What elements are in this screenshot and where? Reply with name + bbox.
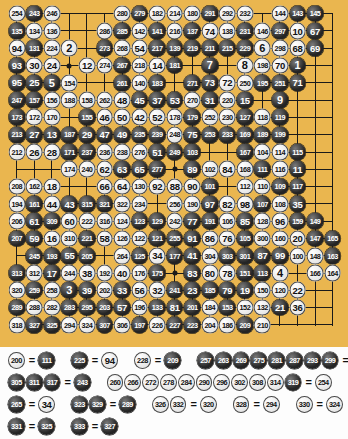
board-point-r2-c19[interactable] [324, 22, 342, 39]
board-point-r3-c18[interactable]: 69 [306, 40, 324, 57]
board-point-r17-c4[interactable]: 3 [61, 282, 79, 299]
board-point-r9-c6[interactable]: 236 [96, 143, 114, 160]
board-point-r7-c8[interactable]: 42 [131, 109, 149, 126]
board-point-r13-c13[interactable]: 106 [219, 213, 237, 230]
board-point-r16-c11[interactable]: 83 [183, 264, 201, 281]
board-point-r14-c18[interactable]: 147 [306, 230, 324, 247]
board-point-r14-c16[interactable]: 160 [271, 230, 289, 247]
board-point-r7-c10[interactable]: 178 [166, 109, 184, 126]
board-point-r7-c3[interactable]: 170 [43, 109, 61, 126]
board-point-r16-c18[interactable]: 166 [306, 264, 324, 281]
board-point-r5-c5[interactable] [78, 74, 96, 91]
board-point-r12-c12[interactable]: 97 [201, 195, 219, 212]
board-point-r9-c1[interactable]: 212 [8, 143, 26, 160]
board-point-r2-c6[interactable]: 286 [96, 22, 114, 39]
board-point-r8-c10[interactable]: 248 [166, 126, 184, 143]
board-point-r8-c3[interactable]: 13 [43, 126, 61, 143]
board-point-r5-c12[interactable]: 73 [201, 74, 219, 91]
board-point-r11-c18[interactable] [306, 178, 324, 195]
board-point-r14-c6[interactable]: 58 [96, 230, 114, 247]
board-point-r8-c5[interactable]: 29 [78, 126, 96, 143]
board-point-r15-c15[interactable]: 87 [254, 247, 272, 264]
board-point-r1-c19[interactable] [324, 5, 342, 22]
board-point-r14-c19[interactable]: 165 [324, 230, 342, 247]
board-point-r6-c4[interactable]: 188 [61, 91, 79, 108]
board-point-r19-c5[interactable]: 324 [78, 316, 96, 333]
board-point-r6-c7[interactable]: 48 [113, 91, 131, 108]
board-point-r5-c1[interactable]: 95 [8, 74, 26, 91]
board-point-r7-c6[interactable]: 46 [96, 109, 114, 126]
board-point-r1-c3[interactable]: 246 [43, 5, 61, 22]
board-point-r19-c10[interactable]: 227 [166, 316, 184, 333]
board-point-r2-c9[interactable]: 141 [148, 22, 166, 39]
board-point-r19-c7[interactable]: 306 [113, 316, 131, 333]
board-point-r19-c12[interactable]: 204 [201, 316, 219, 333]
board-point-r16-c16[interactable]: 4 [271, 264, 289, 281]
board-point-r16-c5[interactable]: 38 [78, 264, 96, 281]
board-point-r10-c13[interactable]: 84 [219, 161, 237, 178]
board-point-r11-c9[interactable]: 92 [148, 178, 166, 195]
board-point-r19-c17[interactable] [289, 316, 307, 333]
board-point-r2-c17[interactable]: 10 [289, 22, 307, 39]
board-point-r3-c17[interactable]: 68 [289, 40, 307, 57]
board-point-r8-c13[interactable]: 233 [219, 126, 237, 143]
board-point-r17-c5[interactable]: 39 [78, 282, 96, 299]
board-point-r18-c18[interactable] [306, 299, 324, 316]
board-point-r11-c16[interactable]: 109 [271, 178, 289, 195]
board-point-r18-c6[interactable]: 203 [96, 299, 114, 316]
board-point-r5-c6[interactable] [96, 74, 114, 91]
board-point-r14-c15[interactable]: 300 [254, 230, 272, 247]
board-point-r10-c19[interactable] [324, 161, 342, 178]
board-point-r8-c6[interactable]: 47 [96, 126, 114, 143]
board-point-r1-c13[interactable]: 292 [219, 5, 237, 22]
board-point-r9-c14[interactable]: 167 [236, 143, 254, 160]
board-point-r6-c6[interactable]: 262 [96, 91, 114, 108]
board-point-r9-c8[interactable]: 276 [131, 143, 149, 160]
board-point-r13-c4[interactable]: 60 [61, 213, 79, 230]
board-point-r13-c15[interactable]: 128 [254, 213, 272, 230]
board-point-r3-c13[interactable]: 215 [219, 40, 237, 57]
board-point-r17-c14[interactable]: 19 [236, 282, 254, 299]
board-point-r5-c14[interactable]: 250 [236, 74, 254, 91]
board-point-r1-c17[interactable]: 143 [289, 5, 307, 22]
board-point-r7-c4[interactable] [61, 109, 79, 126]
board-point-r3-c2[interactable]: 131 [26, 40, 44, 57]
board-point-r16-c10[interactable] [166, 264, 184, 281]
board-point-r1-c15[interactable] [254, 5, 272, 22]
board-point-r12-c18[interactable] [306, 195, 324, 212]
board-point-r5-c8[interactable]: 140 [131, 74, 149, 91]
board-point-r13-c3[interactable]: 309 [43, 213, 61, 230]
board-point-r10-c16[interactable]: 116 [271, 161, 289, 178]
board-point-r6-c18[interactable] [306, 91, 324, 108]
board-point-r5-c15[interactable]: 195 [254, 74, 272, 91]
board-point-r16-c17[interactable] [289, 264, 307, 281]
board-point-r3-c6[interactable]: 273 [96, 40, 114, 57]
board-point-r18-c7[interactable]: 57 [113, 299, 131, 316]
board-point-r15-c8[interactable]: 125 [131, 247, 149, 264]
board-point-r2-c8[interactable]: 142 [131, 22, 149, 39]
board-point-r10-c18[interactable] [306, 161, 324, 178]
board-point-r6-c15[interactable] [254, 91, 272, 108]
board-point-r2-c15[interactable]: 146 [254, 22, 272, 39]
board-point-r11-c19[interactable] [324, 178, 342, 195]
board-point-r7-c9[interactable]: 52 [148, 109, 166, 126]
board-point-r11-c12[interactable]: 101 [201, 178, 219, 195]
board-point-r5-c18[interactable] [306, 74, 324, 91]
board-point-r3-c16[interactable]: 298 [271, 40, 289, 57]
board-point-r3-c12[interactable]: 211 [201, 40, 219, 57]
board-point-r8-c18[interactable] [306, 126, 324, 143]
board-point-r15-c18[interactable]: 148 [306, 247, 324, 264]
board-point-r15-c3[interactable]: 193 [43, 247, 61, 264]
board-point-r19-c11[interactable]: 223 [183, 316, 201, 333]
board-point-r16-c3[interactable]: 17 [43, 264, 61, 281]
board-point-r8-c8[interactable]: 235 [131, 126, 149, 143]
board-point-r4-c9[interactable]: 14 [148, 57, 166, 74]
board-point-r15-c10[interactable]: 177 [166, 247, 184, 264]
board-point-r17-c19[interactable] [324, 282, 342, 299]
board-point-r3-c10[interactable]: 139 [166, 40, 184, 57]
board-point-r9-c18[interactable] [306, 143, 324, 160]
board-point-r16-c6[interactable]: 192 [96, 264, 114, 281]
board-point-r10-c7[interactable]: 63 [113, 161, 131, 178]
board-point-r15-c11[interactable]: 41 [183, 247, 201, 264]
board-point-r16-c4[interactable]: 244 [61, 264, 79, 281]
board-point-r2-c7[interactable]: 285 [113, 22, 131, 39]
board-point-r10-c12[interactable]: 102 [201, 161, 219, 178]
board-point-r15-c14[interactable]: 301 [236, 247, 254, 264]
board-point-r1-c18[interactable]: 145 [306, 5, 324, 22]
board-point-r7-c15[interactable]: 118 [254, 109, 272, 126]
board-point-r7-c1[interactable]: 173 [8, 109, 26, 126]
board-point-r12-c6[interactable]: 321 [96, 195, 114, 212]
board-point-r17-c11[interactable]: 23 [183, 282, 201, 299]
board-point-r1-c5[interactable] [78, 5, 96, 22]
board-point-r7-c17[interactable] [289, 109, 307, 126]
board-point-r18-c8[interactable]: 196 [131, 299, 149, 316]
board-point-r10-c4[interactable]: 174 [61, 161, 79, 178]
board-point-r15-c7[interactable]: 264 [113, 247, 131, 264]
board-point-r7-c7[interactable]: 50 [113, 109, 131, 126]
board-point-r7-c18[interactable] [306, 109, 324, 126]
board-point-r13-c1[interactable]: 206 [8, 213, 26, 230]
board-point-r5-c9[interactable]: 183 [148, 74, 166, 91]
board-point-r15-c12[interactable]: 304 [201, 247, 219, 264]
board-point-r18-c5[interactable]: 295 [78, 299, 96, 316]
board-point-r10-c15[interactable]: 111 [254, 161, 272, 178]
board-point-r2-c14[interactable]: 231 [236, 22, 254, 39]
board-point-r4-c16[interactable]: 70 [271, 57, 289, 74]
board-point-r12-c19[interactable] [324, 195, 342, 212]
board-point-r2-c12[interactable]: 74 [201, 22, 219, 39]
board-point-r19-c2[interactable]: 327 [26, 316, 44, 333]
board-point-r6-c1[interactable]: 247 [8, 91, 26, 108]
board-point-r16-c12[interactable]: 80 [201, 264, 219, 281]
board-point-r12-c3[interactable]: 44 [43, 195, 61, 212]
board-point-r17-c10[interactable]: 241 [166, 282, 184, 299]
board-point-r16-c14[interactable]: 151 [236, 264, 254, 281]
board-point-r11-c11[interactable]: 90 [183, 178, 201, 195]
board-point-r8-c11[interactable]: 75 [183, 126, 201, 143]
board-point-r15-c4[interactable]: 55 [61, 247, 79, 264]
board-point-r5-c7[interactable]: 261 [113, 74, 131, 91]
board-point-r11-c1[interactable]: 208 [8, 178, 26, 195]
board-point-r4-c6[interactable]: 274 [96, 57, 114, 74]
board-point-r17-c16[interactable]: 120 [271, 282, 289, 299]
board-point-r19-c1[interactable]: 318 [8, 316, 26, 333]
board-point-r3-c14[interactable]: 229 [236, 40, 254, 57]
board-point-r17-c12[interactable]: 185 [201, 282, 219, 299]
board-point-r12-c14[interactable]: 98 [236, 195, 254, 212]
board-point-r12-c2[interactable]: 161 [26, 195, 44, 212]
board-point-r2-c5[interactable] [78, 22, 96, 39]
board-point-r11-c4[interactable] [61, 178, 79, 195]
board-point-r7-c13[interactable]: 230 [219, 109, 237, 126]
board-point-r1-c9[interactable]: 182 [148, 5, 166, 22]
board-point-r18-c16[interactable]: 21 [271, 299, 289, 316]
board-point-r12-c7[interactable]: 322 [113, 195, 131, 212]
board-point-r4-c15[interactable]: 198 [254, 57, 272, 74]
board-point-r18-c11[interactable]: 201 [183, 299, 201, 316]
board-point-r16-c15[interactable]: 113 [254, 264, 272, 281]
board-point-r17-c9[interactable]: 32 [148, 282, 166, 299]
board-point-r11-c5[interactable] [78, 178, 96, 195]
board-point-r12-c16[interactable]: 108 [271, 195, 289, 212]
board-point-r7-c12[interactable]: 252 [201, 109, 219, 126]
board-point-r9-c16[interactable]: 114 [271, 143, 289, 160]
board-point-r8-c7[interactable]: 49 [113, 126, 131, 143]
board-point-r9-c2[interactable]: 26 [26, 143, 44, 160]
board-point-r2-c4[interactable] [61, 22, 79, 39]
board-point-r3-c1[interactable]: 94 [8, 40, 26, 57]
board-point-r18-c17[interactable]: 36 [289, 299, 307, 316]
board-point-r4-c4[interactable] [61, 57, 79, 74]
board-point-r16-c9[interactable]: 175 [148, 264, 166, 281]
board-point-r12-c4[interactable]: 43 [61, 195, 79, 212]
board-point-r14-c3[interactable]: 16 [43, 230, 61, 247]
board-point-r17-c17[interactable]: 22 [289, 282, 307, 299]
board-point-r17-c1[interactable]: 320 [8, 282, 26, 299]
board-point-r8-c1[interactable]: 213 [8, 126, 26, 143]
board-point-r10-c10[interactable] [166, 161, 184, 178]
board-point-r9-c5[interactable]: 237 [78, 143, 96, 160]
board-point-r17-c8[interactable]: 56 [131, 282, 149, 299]
board-point-r10-c11[interactable]: 89 [183, 161, 201, 178]
board-point-r16-c19[interactable]: 164 [324, 264, 342, 281]
board-point-r7-c19[interactable] [324, 109, 342, 126]
board-point-r2-c16[interactable]: 297 [271, 22, 289, 39]
board-point-r18-c13[interactable]: 153 [219, 299, 237, 316]
board-point-r1-c1[interactable]: 254 [8, 5, 26, 22]
board-point-r13-c10[interactable]: 242 [166, 213, 184, 230]
board-point-r3-c15[interactable]: 6 [254, 40, 272, 57]
board-point-r12-c10[interactable]: 256 [166, 195, 184, 212]
board-point-r17-c15[interactable]: 150 [254, 282, 272, 299]
board-point-r14-c12[interactable]: 86 [201, 230, 219, 247]
board-point-r10-c8[interactable]: 65 [131, 161, 149, 178]
board-point-r16-c2[interactable]: 312 [26, 264, 44, 281]
board-point-r9-c10[interactable]: 249 [166, 143, 184, 160]
board-point-r6-c8[interactable]: 45 [131, 91, 149, 108]
board-point-r3-c5[interactable] [78, 40, 96, 57]
board-point-r11-c13[interactable] [219, 178, 237, 195]
board-point-r1-c14[interactable]: 232 [236, 5, 254, 22]
board-point-r17-c13[interactable]: 79 [219, 282, 237, 299]
board-point-r10-c1[interactable] [8, 161, 26, 178]
board-point-r7-c14[interactable]: 127 [236, 109, 254, 126]
board-point-r8-c17[interactable] [289, 126, 307, 143]
board-point-r14-c14[interactable]: 105 [236, 230, 254, 247]
board-point-r4-c3[interactable]: 24 [43, 57, 61, 74]
board-point-r10-c14[interactable]: 168 [236, 161, 254, 178]
board-point-r14-c1[interactable]: 207 [8, 230, 26, 247]
board-point-r9-c3[interactable]: 28 [43, 143, 61, 160]
board-point-r10-c2[interactable] [26, 161, 44, 178]
board-point-r6-c12[interactable]: 31 [201, 91, 219, 108]
board-point-r8-c4[interactable]: 187 [61, 126, 79, 143]
board-point-r8-c14[interactable]: 169 [236, 126, 254, 143]
board-point-r14-c13[interactable]: 76 [219, 230, 237, 247]
board-point-r9-c17[interactable]: 115 [289, 143, 307, 160]
board-point-r7-c16[interactable]: 119 [271, 109, 289, 126]
board-point-r14-c17[interactable]: 20 [289, 230, 307, 247]
board-point-r6-c2[interactable]: 157 [26, 91, 44, 108]
board-point-r1-c8[interactable]: 279 [131, 5, 149, 22]
board-point-r18-c3[interactable]: 282 [43, 299, 61, 316]
board-point-r19-c9[interactable]: 226 [148, 316, 166, 333]
board-point-r6-c10[interactable]: 53 [166, 91, 184, 108]
board-point-r14-c11[interactable]: 91 [183, 230, 201, 247]
board-point-r4-c7[interactable]: 267 [113, 57, 131, 74]
board-point-r15-c17[interactable]: 100 [289, 247, 307, 264]
board-point-r6-c5[interactable]: 158 [78, 91, 96, 108]
board-point-r7-c2[interactable]: 172 [26, 109, 44, 126]
board-point-r10-c9[interactable]: 277 [148, 161, 166, 178]
board-point-r3-c9[interactable]: 217 [148, 40, 166, 57]
board-point-r15-c16[interactable]: 99 [271, 247, 289, 264]
board-point-r1-c4[interactable] [61, 5, 79, 22]
board-point-r1-c11[interactable]: 180 [183, 5, 201, 22]
board-point-r17-c2[interactable]: 259 [26, 282, 44, 299]
board-point-r1-c2[interactable]: 243 [26, 5, 44, 22]
board-point-r12-c17[interactable]: 35 [289, 195, 307, 212]
board-point-r5-c11[interactable]: 271 [183, 74, 201, 91]
board-point-r5-c13[interactable]: 72 [219, 74, 237, 91]
board-point-r8-c19[interactable] [324, 126, 342, 143]
board-point-r2-c13[interactable]: 138 [219, 22, 237, 39]
board-point-r4-c8[interactable]: 218 [131, 57, 149, 74]
board-point-r13-c14[interactable]: 85 [236, 213, 254, 230]
board-point-r17-c6[interactable]: 202 [96, 282, 114, 299]
board-point-r5-c19[interactable] [324, 74, 342, 91]
board-point-r14-c10[interactable]: 255 [166, 230, 184, 247]
board-point-r6-c14[interactable]: 15 [236, 91, 254, 108]
board-point-r8-c2[interactable]: 27 [26, 126, 44, 143]
board-point-r10-c6[interactable]: 62 [96, 161, 114, 178]
board-point-r13-c17[interactable]: 159 [289, 213, 307, 230]
board-point-r1-c12[interactable]: 291 [201, 5, 219, 22]
board-point-r9-c11[interactable]: 103 [183, 143, 201, 160]
board-point-r13-c2[interactable]: 61 [26, 213, 44, 230]
board-point-r14-c5[interactable]: 221 [78, 230, 96, 247]
board-point-r15-c2[interactable]: 245 [26, 247, 44, 264]
board-point-r18-c2[interactable]: 288 [26, 299, 44, 316]
board-point-r3-c8[interactable]: 54 [131, 40, 149, 57]
board-point-r19-c13[interactable]: 186 [219, 316, 237, 333]
board-point-r8-c9[interactable]: 239 [148, 126, 166, 143]
board-point-r6-c16[interactable]: 9 [271, 91, 289, 108]
board-point-r16-c7[interactable]: 40 [113, 264, 131, 281]
board-point-r12-c15[interactable]: 107 [254, 195, 272, 212]
board-point-r4-c1[interactable]: 93 [8, 57, 26, 74]
board-point-r18-c9[interactable]: 133 [148, 299, 166, 316]
board-point-r2-c11[interactable]: 137 [183, 22, 201, 39]
board-point-r2-c3[interactable]: 136 [43, 22, 61, 39]
board-point-r18-c10[interactable]: 81 [166, 299, 184, 316]
board-point-r18-c14[interactable]: 152 [236, 299, 254, 316]
board-point-r7-c5[interactable]: 155 [78, 109, 96, 126]
board-point-r19-c19[interactable] [324, 316, 342, 333]
board-point-r2-c2[interactable]: 134 [26, 22, 44, 39]
board-point-r13-c18[interactable]: 149 [306, 213, 324, 230]
board-point-r14-c4[interactable]: 310 [61, 230, 79, 247]
board-point-r13-c5[interactable]: 222 [78, 213, 96, 230]
board-point-r19-c3[interactable]: 325 [43, 316, 61, 333]
board-point-r1-c6[interactable] [96, 5, 114, 22]
board-point-r11-c17[interactable]: 117 [289, 178, 307, 195]
board-point-r14-c8[interactable]: 122 [131, 230, 149, 247]
board-point-r5-c17[interactable]: 71 [289, 74, 307, 91]
board-point-r19-c15[interactable]: 210 [254, 316, 272, 333]
board-point-r10-c3[interactable] [43, 161, 61, 178]
board-point-r12-c5[interactable]: 315 [78, 195, 96, 212]
board-point-r8-c16[interactable]: 199 [271, 126, 289, 143]
board-point-r14-c9[interactable]: 121 [148, 230, 166, 247]
board-point-r10-c5[interactable]: 240 [78, 161, 96, 178]
board-point-r17-c7[interactable]: 33 [113, 282, 131, 299]
board-point-r19-c18[interactable] [306, 316, 324, 333]
board-point-r15-c1[interactable] [8, 247, 26, 264]
board-point-r4-c19[interactable] [324, 57, 342, 74]
board-point-r6-c19[interactable] [324, 91, 342, 108]
board-point-r3-c11[interactable]: 219 [183, 40, 201, 57]
board-point-r15-c5[interactable]: 205 [78, 247, 96, 264]
board-point-r13-c19[interactable] [324, 213, 342, 230]
board-point-r4-c13[interactable] [219, 57, 237, 74]
board-point-r9-c4[interactable]: 171 [61, 143, 79, 160]
board-point-r1-c16[interactable]: 144 [271, 5, 289, 22]
board-point-r11-c7[interactable]: 64 [113, 178, 131, 195]
board-point-r12-c11[interactable]: 190 [183, 195, 201, 212]
board-point-r5-c4[interactable]: 154 [61, 74, 79, 91]
board-point-r8-c12[interactable]: 253 [201, 126, 219, 143]
board-point-r13-c7[interactable]: 124 [113, 213, 131, 230]
board-point-r13-c16[interactable]: 96 [271, 213, 289, 230]
board-point-r6-c11[interactable]: 270 [183, 91, 201, 108]
board-point-r4-c17[interactable]: 1 [289, 57, 307, 74]
board-point-r9-c9[interactable]: 51 [148, 143, 166, 160]
board-point-r8-c15[interactable]: 189 [254, 126, 272, 143]
board-point-r19-c8[interactable]: 197 [131, 316, 149, 333]
board-point-r13-c11[interactable]: 77 [183, 213, 201, 230]
board-point-r19-c4[interactable]: 294 [61, 316, 79, 333]
board-point-r1-c10[interactable]: 214 [166, 5, 184, 22]
board-point-r12-c8[interactable]: 234 [131, 195, 149, 212]
board-point-r4-c18[interactable] [306, 57, 324, 74]
board-point-r11-c15[interactable]: 110 [254, 178, 272, 195]
